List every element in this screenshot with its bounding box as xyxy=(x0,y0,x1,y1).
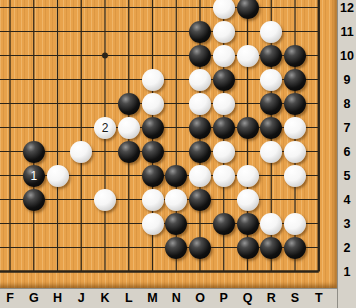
board-point-K5[interactable] xyxy=(93,164,117,188)
board-point-Q2[interactable] xyxy=(236,236,260,260)
board-point-P8[interactable] xyxy=(212,92,236,116)
board-point-L11[interactable] xyxy=(117,20,141,44)
white-stone[interactable] xyxy=(189,69,211,91)
board-point-P6[interactable] xyxy=(212,140,236,164)
black-stone[interactable] xyxy=(165,213,187,235)
board-point-J7[interactable] xyxy=(69,116,93,140)
board-point-H2[interactable] xyxy=(46,236,70,260)
board-point-G5[interactable]: 1 xyxy=(22,164,46,188)
move-number-label: 2 xyxy=(102,122,109,134)
white-stone[interactable] xyxy=(70,141,92,163)
board-point-K8[interactable] xyxy=(93,92,117,116)
board-point-T3[interactable] xyxy=(307,212,331,236)
white-stone[interactable] xyxy=(213,21,235,43)
board-point-N11[interactable] xyxy=(164,20,188,44)
board-point-M12[interactable] xyxy=(141,0,165,20)
black-stone[interactable] xyxy=(142,165,164,187)
white-stone[interactable] xyxy=(142,213,164,235)
board-point-S3[interactable] xyxy=(283,212,307,236)
black-stone[interactable]: 1 xyxy=(23,165,45,187)
board-point-T5[interactable] xyxy=(307,164,331,188)
row-coordinate-1: 1 xyxy=(338,264,356,280)
black-stone[interactable] xyxy=(237,117,259,139)
white-stone[interactable] xyxy=(213,93,235,115)
column-coordinate-F: F xyxy=(0,290,20,306)
board-point-S5[interactable] xyxy=(283,164,307,188)
white-stone[interactable] xyxy=(47,165,69,187)
board-point-O6[interactable] xyxy=(188,140,212,164)
board-point-N1[interactable] xyxy=(164,260,188,284)
column-coordinate-H: H xyxy=(48,290,68,306)
board-point-S12[interactable] xyxy=(283,0,307,20)
board-point-F8[interactable] xyxy=(0,92,22,116)
board-point-N9[interactable] xyxy=(164,68,188,92)
board-point-H1[interactable] xyxy=(46,260,70,284)
board-point-S6[interactable] xyxy=(283,140,307,164)
board-point-N5[interactable] xyxy=(164,164,188,188)
white-stone[interactable] xyxy=(284,165,306,187)
column-coordinate-Q: Q xyxy=(238,290,258,306)
column-coordinate-O: O xyxy=(190,290,210,306)
black-stone[interactable] xyxy=(284,45,306,67)
board-point-L6[interactable] xyxy=(117,140,141,164)
board-point-G4[interactable] xyxy=(22,188,46,212)
board-point-J10[interactable] xyxy=(69,44,93,68)
board-point-M1[interactable] xyxy=(141,260,165,284)
white-stone[interactable] xyxy=(237,165,259,187)
board-point-M10[interactable] xyxy=(141,44,165,68)
board-point-Q12[interactable] xyxy=(236,0,260,20)
board-point-K1[interactable] xyxy=(93,260,117,284)
board-point-M4[interactable] xyxy=(141,188,165,212)
board-point-Q10[interactable] xyxy=(236,44,260,68)
board-point-J5[interactable] xyxy=(69,164,93,188)
white-stone[interactable] xyxy=(237,45,259,67)
black-stone[interactable] xyxy=(118,93,140,115)
board-point-F10[interactable] xyxy=(0,44,22,68)
board-point-R12[interactable] xyxy=(259,0,283,20)
board-point-J9[interactable] xyxy=(69,68,93,92)
white-stone[interactable] xyxy=(260,69,282,91)
board-point-L10[interactable] xyxy=(117,44,141,68)
board-point-H5[interactable] xyxy=(46,164,70,188)
black-stone[interactable] xyxy=(165,237,187,259)
black-stone[interactable] xyxy=(189,189,211,211)
board-point-F11[interactable] xyxy=(0,20,22,44)
board-point-F2[interactable] xyxy=(0,236,22,260)
board-point-M7[interactable] xyxy=(141,116,165,140)
go-board: 21 xyxy=(0,0,337,288)
row-coordinates-strip: 121110987654321 xyxy=(337,0,356,308)
board-point-O8[interactable] xyxy=(188,92,212,116)
board-point-Q11[interactable] xyxy=(236,20,260,44)
board-point-O12[interactable] xyxy=(188,0,212,20)
black-stone[interactable] xyxy=(260,237,282,259)
board-point-O7[interactable] xyxy=(188,116,212,140)
white-stone[interactable] xyxy=(213,165,235,187)
board-point-T11[interactable] xyxy=(307,20,331,44)
board-grid: 21 xyxy=(0,0,331,284)
column-coordinate-G: G xyxy=(24,290,44,306)
board-point-T4[interactable] xyxy=(307,188,331,212)
board-point-P12[interactable] xyxy=(212,0,236,20)
board-point-J6[interactable] xyxy=(69,140,93,164)
board-point-M8[interactable] xyxy=(141,92,165,116)
white-stone[interactable]: 2 xyxy=(94,117,116,139)
black-stone[interactable] xyxy=(142,141,164,163)
board-point-T7[interactable] xyxy=(307,116,331,140)
board-point-N2[interactable] xyxy=(164,236,188,260)
board-point-K6[interactable] xyxy=(93,140,117,164)
row-coordinate-6: 6 xyxy=(338,144,356,160)
board-point-N8[interactable] xyxy=(164,92,188,116)
black-stone[interactable] xyxy=(189,45,211,67)
board-point-R10[interactable] xyxy=(259,44,283,68)
board-point-H12[interactable] xyxy=(46,0,70,20)
board-point-Q5[interactable] xyxy=(236,164,260,188)
board-point-R4[interactable] xyxy=(259,188,283,212)
board-point-G8[interactable] xyxy=(22,92,46,116)
black-stone[interactable] xyxy=(237,237,259,259)
black-stone[interactable] xyxy=(284,69,306,91)
board-point-T2[interactable] xyxy=(307,236,331,260)
board-point-T12[interactable] xyxy=(307,0,331,20)
board-point-N4[interactable] xyxy=(164,188,188,212)
column-coordinate-L: L xyxy=(119,290,139,306)
column-coordinate-P: P xyxy=(214,290,234,306)
black-stone[interactable] xyxy=(284,237,306,259)
board-point-R9[interactable] xyxy=(259,68,283,92)
board-point-R11[interactable] xyxy=(259,20,283,44)
black-stone[interactable] xyxy=(165,165,187,187)
board-point-M5[interactable] xyxy=(141,164,165,188)
board-point-M2[interactable] xyxy=(141,236,165,260)
board-point-O2[interactable] xyxy=(188,236,212,260)
board-point-P10[interactable] xyxy=(212,44,236,68)
black-stone[interactable] xyxy=(260,117,282,139)
board-point-Q6[interactable] xyxy=(236,140,260,164)
board-point-K4[interactable] xyxy=(93,188,117,212)
board-point-L4[interactable] xyxy=(117,188,141,212)
board-point-L3[interactable] xyxy=(117,212,141,236)
board-point-T10[interactable] xyxy=(307,44,331,68)
board-point-T1[interactable] xyxy=(307,260,331,284)
black-stone[interactable] xyxy=(260,45,282,67)
board-point-J3[interactable] xyxy=(69,212,93,236)
board-point-R1[interactable] xyxy=(259,260,283,284)
board-point-M3[interactable] xyxy=(141,212,165,236)
board-point-J12[interactable] xyxy=(69,0,93,20)
board-point-S2[interactable] xyxy=(283,236,307,260)
board-point-N6[interactable] xyxy=(164,140,188,164)
board-point-K10[interactable] xyxy=(93,44,117,68)
board-point-T9[interactable] xyxy=(307,68,331,92)
move-number-label: 1 xyxy=(30,170,37,182)
board-point-S11[interactable] xyxy=(283,20,307,44)
board-point-P5[interactable] xyxy=(212,164,236,188)
board-point-R8[interactable] xyxy=(259,92,283,116)
board-point-K3[interactable] xyxy=(93,212,117,236)
board-point-R2[interactable] xyxy=(259,236,283,260)
row-coordinate-4: 4 xyxy=(338,192,356,208)
board-point-M11[interactable] xyxy=(141,20,165,44)
black-stone[interactable] xyxy=(189,117,211,139)
white-stone[interactable] xyxy=(284,117,306,139)
board-point-N10[interactable] xyxy=(164,44,188,68)
board-point-O4[interactable] xyxy=(188,188,212,212)
board-point-R6[interactable] xyxy=(259,140,283,164)
white-stone[interactable] xyxy=(260,213,282,235)
black-stone[interactable] xyxy=(237,213,259,235)
board-point-T8[interactable] xyxy=(307,92,331,116)
black-stone[interactable] xyxy=(237,0,259,19)
board-point-O3[interactable] xyxy=(188,212,212,236)
column-coordinate-K: K xyxy=(95,290,115,306)
board-point-Q4[interactable] xyxy=(236,188,260,212)
board-point-F1[interactable] xyxy=(0,260,22,284)
white-stone[interactable] xyxy=(189,165,211,187)
board-point-P9[interactable] xyxy=(212,68,236,92)
white-stone[interactable] xyxy=(142,93,164,115)
board-point-H10[interactable] xyxy=(46,44,70,68)
white-stone[interactable] xyxy=(260,141,282,163)
board-point-O10[interactable] xyxy=(188,44,212,68)
board-point-S4[interactable] xyxy=(283,188,307,212)
white-stone[interactable] xyxy=(284,141,306,163)
board-point-O9[interactable] xyxy=(188,68,212,92)
board-point-J1[interactable] xyxy=(69,260,93,284)
board-point-H3[interactable] xyxy=(46,212,70,236)
column-coordinates-strip: FGHJKLMNOPQRST xyxy=(0,288,337,308)
board-point-G3[interactable] xyxy=(22,212,46,236)
board-point-G10[interactable] xyxy=(22,44,46,68)
row-coordinate-12: 12 xyxy=(338,0,356,16)
black-stone[interactable] xyxy=(213,213,235,235)
board-point-G2[interactable] xyxy=(22,236,46,260)
board-point-G12[interactable] xyxy=(22,0,46,20)
board-point-P4[interactable] xyxy=(212,188,236,212)
white-stone[interactable] xyxy=(142,69,164,91)
white-stone[interactable] xyxy=(260,21,282,43)
board-point-P11[interactable] xyxy=(212,20,236,44)
column-coordinate-S: S xyxy=(285,290,305,306)
board-point-L1[interactable] xyxy=(117,260,141,284)
column-coordinate-T: T xyxy=(309,290,329,306)
black-stone[interactable] xyxy=(189,141,211,163)
go-diagram-screenshot: 21 121110987654321 FGHJKLMNOPQRST xyxy=(0,0,356,308)
white-stone[interactable] xyxy=(284,213,306,235)
board-point-L7[interactable] xyxy=(117,116,141,140)
row-coordinate-10: 10 xyxy=(338,48,356,64)
board-point-R3[interactable] xyxy=(259,212,283,236)
row-coordinate-3: 3 xyxy=(338,216,356,232)
board-point-S7[interactable] xyxy=(283,116,307,140)
white-stone[interactable] xyxy=(189,93,211,115)
black-stone[interactable] xyxy=(23,141,45,163)
board-point-M9[interactable] xyxy=(141,68,165,92)
white-stone[interactable] xyxy=(213,45,235,67)
board-point-Q3[interactable] xyxy=(236,212,260,236)
board-point-O11[interactable] xyxy=(188,20,212,44)
board-point-H4[interactable] xyxy=(46,188,70,212)
black-stone[interactable] xyxy=(189,237,211,259)
board-point-O1[interactable] xyxy=(188,260,212,284)
white-stone[interactable] xyxy=(94,189,116,211)
column-coordinate-N: N xyxy=(166,290,186,306)
black-stone[interactable] xyxy=(260,93,282,115)
white-stone[interactable] xyxy=(118,117,140,139)
board-point-S8[interactable] xyxy=(283,92,307,116)
black-stone[interactable] xyxy=(284,93,306,115)
row-coordinate-11: 11 xyxy=(338,24,356,40)
board-point-K2[interactable] xyxy=(93,236,117,260)
board-point-J11[interactable] xyxy=(69,20,93,44)
white-stone[interactable] xyxy=(237,189,259,211)
board-point-F12[interactable] xyxy=(0,0,22,20)
board-point-L12[interactable] xyxy=(117,0,141,20)
board-point-L5[interactable] xyxy=(117,164,141,188)
board-point-H7[interactable] xyxy=(46,116,70,140)
white-stone[interactable] xyxy=(165,189,187,211)
board-point-P3[interactable] xyxy=(212,212,236,236)
black-stone[interactable] xyxy=(189,21,211,43)
board-point-N7[interactable] xyxy=(164,116,188,140)
board-point-P2[interactable] xyxy=(212,236,236,260)
board-point-G9[interactable] xyxy=(22,68,46,92)
board-point-R7[interactable] xyxy=(259,116,283,140)
board-point-Q1[interactable] xyxy=(236,260,260,284)
board-point-J8[interactable] xyxy=(69,92,93,116)
board-point-L8[interactable] xyxy=(117,92,141,116)
black-stone[interactable] xyxy=(23,189,45,211)
board-point-F5[interactable] xyxy=(0,164,22,188)
board-point-S9[interactable] xyxy=(283,68,307,92)
board-point-K11[interactable] xyxy=(93,20,117,44)
black-stone[interactable] xyxy=(213,69,235,91)
board-point-H9[interactable] xyxy=(46,68,70,92)
white-stone[interactable] xyxy=(142,189,164,211)
board-point-K12[interactable] xyxy=(93,0,117,20)
board-point-F7[interactable] xyxy=(0,116,22,140)
board-point-F6[interactable] xyxy=(0,140,22,164)
black-stone[interactable] xyxy=(142,117,164,139)
board-point-L2[interactable] xyxy=(117,236,141,260)
column-coordinate-R: R xyxy=(261,290,281,306)
board-point-K7[interactable]: 2 xyxy=(93,116,117,140)
board-point-J4[interactable] xyxy=(69,188,93,212)
board-point-G11[interactable] xyxy=(22,20,46,44)
board-point-T6[interactable] xyxy=(307,140,331,164)
board-point-H11[interactable] xyxy=(46,20,70,44)
board-point-M6[interactable] xyxy=(141,140,165,164)
board-point-P7[interactable] xyxy=(212,116,236,140)
row-coordinate-5: 5 xyxy=(338,168,356,184)
white-stone[interactable] xyxy=(213,141,235,163)
column-coordinate-J: J xyxy=(71,290,91,306)
board-point-H6[interactable] xyxy=(46,140,70,164)
board-point-Q7[interactable] xyxy=(236,116,260,140)
row-coordinate-9: 9 xyxy=(338,72,356,88)
board-point-K9[interactable] xyxy=(93,68,117,92)
black-stone[interactable] xyxy=(213,117,235,139)
board-point-S10[interactable] xyxy=(283,44,307,68)
white-stone[interactable] xyxy=(213,0,235,19)
board-point-G1[interactable] xyxy=(22,260,46,284)
board-point-F9[interactable] xyxy=(0,68,22,92)
board-point-G7[interactable] xyxy=(22,116,46,140)
board-point-N3[interactable] xyxy=(164,212,188,236)
board-point-H8[interactable] xyxy=(46,92,70,116)
row-coordinate-7: 7 xyxy=(338,120,356,136)
board-point-S1[interactable] xyxy=(283,260,307,284)
board-point-Q8[interactable] xyxy=(236,92,260,116)
board-point-F4[interactable] xyxy=(0,188,22,212)
board-point-J2[interactable] xyxy=(69,236,93,260)
column-coordinate-M: M xyxy=(143,290,163,306)
row-coordinate-8: 8 xyxy=(338,96,356,112)
board-point-G6[interactable] xyxy=(22,140,46,164)
row-coordinate-2: 2 xyxy=(338,240,356,256)
board-point-F3[interactable] xyxy=(0,212,22,236)
board-point-P1[interactable] xyxy=(212,260,236,284)
board-point-O5[interactable] xyxy=(188,164,212,188)
board-point-R5[interactable] xyxy=(259,164,283,188)
black-stone[interactable] xyxy=(118,141,140,163)
board-point-N12[interactable] xyxy=(164,0,188,20)
board-point-Q9[interactable] xyxy=(236,68,260,92)
board-point-L9[interactable] xyxy=(117,68,141,92)
